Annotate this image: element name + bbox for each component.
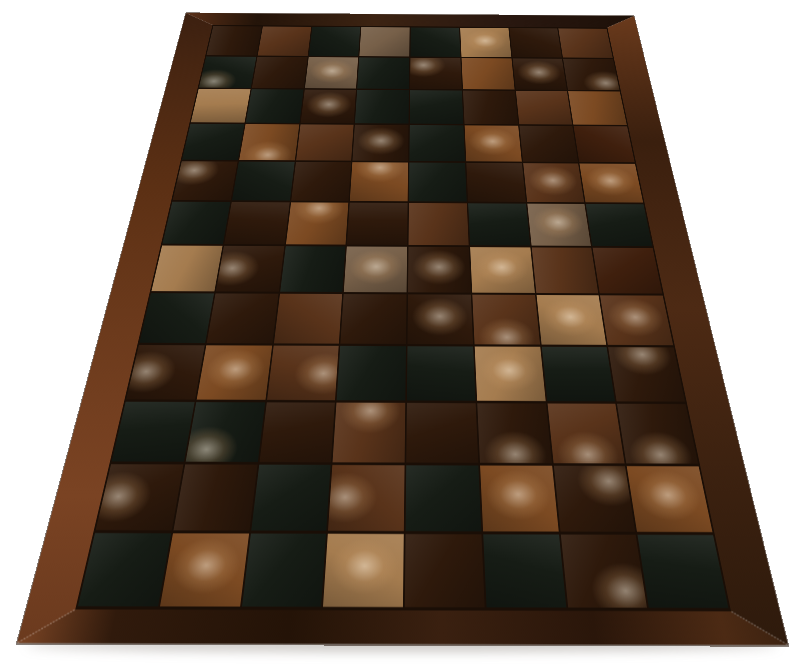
rug-patch — [483, 534, 566, 607]
rug-patch — [461, 58, 514, 89]
rug-patch — [96, 464, 184, 530]
rug-patch — [224, 202, 289, 244]
rug-patch — [323, 534, 404, 607]
rug-patch — [242, 534, 327, 607]
rug-patch — [568, 91, 626, 125]
rug-patch — [470, 247, 535, 293]
rug-patch — [258, 26, 311, 55]
rug-patch — [408, 247, 471, 293]
rug-patch — [464, 125, 521, 161]
rug-patch — [472, 295, 540, 345]
rug-patch — [286, 202, 349, 244]
rug-patch — [531, 247, 598, 293]
rug-patch — [151, 246, 222, 292]
rug-patch — [553, 466, 635, 532]
rug-patch — [617, 404, 698, 464]
rug-patch — [112, 402, 195, 462]
rug-patch — [466, 163, 525, 202]
rug-patch — [207, 293, 279, 343]
rug-patch — [580, 164, 644, 203]
rug-patch — [291, 162, 351, 201]
rug-patch — [593, 248, 662, 294]
rug-patch — [405, 534, 485, 607]
rug-patch — [163, 202, 231, 244]
rug-patch — [139, 293, 213, 343]
rug-patch — [527, 204, 591, 246]
rug-patch — [409, 163, 467, 202]
patchwork-cowhide-rug — [17, 13, 788, 645]
rug-patch — [512, 58, 567, 89]
rug-patch — [627, 466, 713, 532]
rug-patch — [126, 345, 204, 400]
rug-patch — [182, 124, 244, 160]
rug-patch — [280, 246, 346, 292]
rug-patch — [410, 27, 460, 56]
rug-patch — [199, 56, 256, 87]
rug-patch — [559, 28, 613, 57]
rug-patch — [216, 246, 284, 292]
rug-patch — [196, 345, 271, 400]
rug-patch — [232, 162, 294, 201]
rug-patch — [477, 403, 551, 463]
rug-patch — [267, 346, 339, 401]
rug-patch — [460, 28, 511, 57]
rug-patch — [638, 535, 729, 608]
rug-patch — [309, 27, 361, 56]
rug-patch — [300, 90, 356, 124]
rug-patch — [547, 403, 625, 463]
rug-patch — [173, 161, 238, 200]
rug-patch — [560, 535, 647, 608]
rug-patch — [173, 464, 257, 530]
rug-patch — [480, 466, 558, 532]
rug-patch — [259, 402, 335, 462]
rug-patch — [357, 57, 409, 88]
rug-patch — [333, 403, 406, 463]
rug-patch — [353, 125, 409, 161]
rug-patch — [207, 26, 262, 55]
rug-patch — [474, 346, 545, 401]
rug-patch — [586, 204, 652, 246]
rug-patch — [407, 346, 475, 401]
rug-patch — [191, 89, 250, 123]
rug-patch — [516, 91, 573, 125]
rug-patch — [541, 347, 615, 402]
rug-patch — [341, 294, 407, 344]
rug-patch — [574, 126, 635, 162]
rug-patch — [410, 58, 461, 89]
rug-patch — [252, 57, 307, 88]
rug-patch — [509, 28, 562, 57]
rug-patch — [305, 57, 359, 88]
rug-patch — [246, 89, 304, 123]
rug-patch — [296, 124, 354, 160]
rug-patch — [410, 90, 463, 124]
rug-patch — [408, 294, 473, 344]
rug-patch — [78, 533, 171, 606]
rug-border-bottom — [17, 609, 788, 645]
rug-patch — [608, 347, 685, 402]
rug-patch — [563, 59, 619, 90]
rug-patch — [468, 203, 530, 245]
rug-patch — [600, 295, 673, 345]
rug-patch — [355, 90, 409, 124]
rug-patch — [239, 124, 299, 160]
rug-patch — [328, 465, 404, 531]
rug-patch — [523, 163, 584, 202]
rug-patch — [337, 346, 406, 401]
rug-patch — [344, 246, 407, 292]
rug-patch — [409, 125, 464, 161]
rug-patch — [160, 533, 249, 606]
rug-patch — [406, 465, 481, 531]
rug-patch — [409, 203, 469, 245]
rug-patch — [463, 91, 518, 125]
rug-patch — [360, 27, 410, 56]
rug-patch — [185, 402, 264, 462]
rug-patch — [536, 295, 606, 345]
rug-patch — [519, 126, 578, 162]
product-photo-background — [0, 0, 800, 666]
rug-patch — [347, 203, 407, 245]
rug-patch — [251, 465, 331, 531]
rug-patch — [350, 162, 408, 201]
rug-patch — [406, 403, 478, 463]
rug-patch — [274, 294, 343, 344]
